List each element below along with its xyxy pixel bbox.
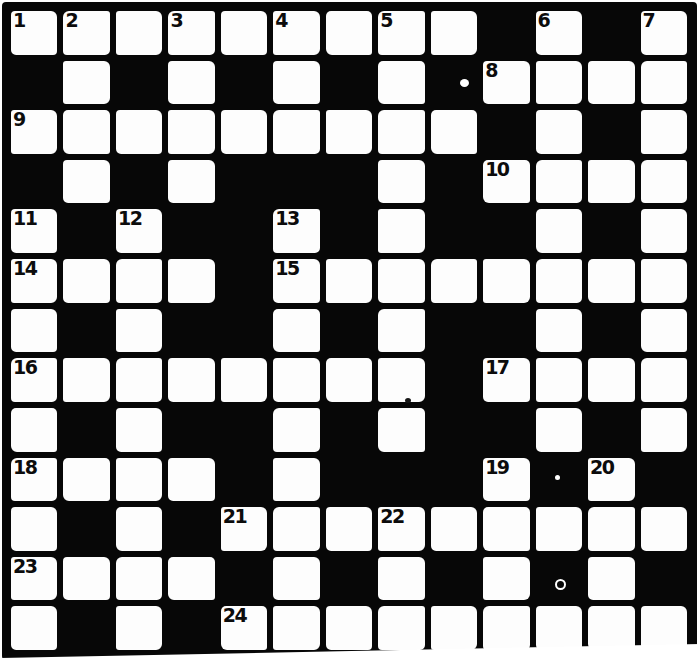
white-cell-r4c12[interactable] <box>588 160 634 204</box>
white-cell-r12c6[interactable] <box>273 557 319 601</box>
white-cell-r8c7[interactable] <box>326 358 372 402</box>
white-cell-r6c9[interactable] <box>431 259 477 303</box>
white-cell-r11c7[interactable] <box>326 507 372 551</box>
black-cell-r10c9 <box>431 458 477 502</box>
white-cell-r7c3[interactable] <box>116 309 162 353</box>
clue-number-16: 16 <box>13 357 36 377</box>
white-cell-r11c6[interactable] <box>273 507 319 551</box>
white-cell-r2c13[interactable] <box>641 61 687 105</box>
clue-number-20: 20 <box>590 457 613 477</box>
white-cell-r13c6[interactable] <box>273 606 319 650</box>
white-cell-r6c10[interactable] <box>483 259 529 303</box>
white-cell-r1c8[interactable]: 5 <box>378 11 424 55</box>
white-cell-r8c11[interactable] <box>536 358 582 402</box>
white-cell-r2c6[interactable] <box>273 61 319 105</box>
black-cell-r5c9 <box>431 209 477 253</box>
scan-artifact-ring <box>555 579 566 590</box>
white-cell-r3c5[interactable] <box>221 110 267 154</box>
white-cell-r3c1[interactable]: 9 <box>11 110 57 154</box>
white-cell-r2c4[interactable] <box>168 61 214 105</box>
clue-number-9: 9 <box>13 109 25 129</box>
white-cell-r8c2[interactable] <box>63 358 109 402</box>
black-cell-r7c12 <box>588 309 634 353</box>
white-cell-r4c2[interactable] <box>63 160 109 204</box>
black-cell-r12c13 <box>641 557 687 601</box>
black-cell-r12c9 <box>431 557 477 601</box>
black-cell-r7c2 <box>63 309 109 353</box>
white-cell-r7c1[interactable] <box>11 309 57 353</box>
black-cell-r4c7 <box>326 160 372 204</box>
black-cell-r10c7 <box>326 458 372 502</box>
scan-artifact-speck <box>555 475 560 480</box>
white-cell-r10c3[interactable] <box>116 458 162 502</box>
white-cell-r5c8[interactable] <box>378 209 424 253</box>
white-cell-r4c8[interactable] <box>378 160 424 204</box>
white-cell-r7c6[interactable] <box>273 309 319 353</box>
white-cell-r8c5[interactable] <box>221 358 267 402</box>
white-cell-r8c13[interactable] <box>641 358 687 402</box>
white-cell-r13c9[interactable] <box>431 606 477 650</box>
clue-number-13: 13 <box>275 208 298 228</box>
white-cell-r2c8[interactable] <box>378 61 424 105</box>
clue-number-4: 4 <box>275 10 287 30</box>
black-cell-r9c2 <box>63 408 109 452</box>
white-cell-r8c10[interactable]: 17 <box>483 358 529 402</box>
clue-number-11: 11 <box>13 208 36 228</box>
black-cell-r7c10 <box>483 309 529 353</box>
white-cell-r6c13[interactable] <box>641 259 687 303</box>
clue-number-17: 17 <box>485 357 508 377</box>
black-cell-r5c10 <box>483 209 529 253</box>
black-cell-r9c7 <box>326 408 372 452</box>
white-cell-r3c9[interactable] <box>431 110 477 154</box>
white-cell-r7c13[interactable] <box>641 309 687 353</box>
black-cell-r10c11 <box>536 458 582 502</box>
clue-number-3: 3 <box>170 10 182 30</box>
white-cell-r11c9[interactable] <box>431 507 477 551</box>
white-cell-r12c4[interactable] <box>168 557 214 601</box>
black-cell-r3c12 <box>588 110 634 154</box>
clue-number-19: 19 <box>485 457 508 477</box>
white-cell-r9c6[interactable] <box>273 408 319 452</box>
white-cell-r8c1[interactable]: 16 <box>11 358 57 402</box>
black-cell-r3c10 <box>483 110 529 154</box>
white-cell-r10c1[interactable]: 18 <box>11 458 57 502</box>
white-cell-r3c7[interactable] <box>326 110 372 154</box>
black-cell-r13c2 <box>63 606 109 650</box>
white-cell-r2c12[interactable] <box>588 61 634 105</box>
white-cell-r3c13[interactable] <box>641 110 687 154</box>
black-cell-r4c9 <box>431 160 477 204</box>
white-cell-r4c13[interactable] <box>641 160 687 204</box>
clue-number-23: 23 <box>13 556 36 576</box>
black-cell-r9c9 <box>431 408 477 452</box>
white-cell-r3c2[interactable] <box>63 110 109 154</box>
scan-artifact-ink <box>405 398 411 403</box>
black-cell-r4c6 <box>273 160 319 204</box>
white-cell-r13c3[interactable] <box>116 606 162 650</box>
black-cell-r1c12 <box>588 11 634 55</box>
black-cell-r10c13 <box>641 458 687 502</box>
white-cell-r6c2[interactable] <box>63 259 109 303</box>
white-cell-r11c13[interactable] <box>641 507 687 551</box>
white-cell-r1c2[interactable]: 2 <box>63 11 109 55</box>
black-cell-r2c5 <box>221 61 267 105</box>
clue-number-10: 10 <box>485 159 508 179</box>
white-cell-r11c11[interactable] <box>536 507 582 551</box>
black-cell-r12c11 <box>536 557 582 601</box>
clue-number-7: 7 <box>643 10 655 30</box>
white-cell-r1c4[interactable]: 3 <box>168 11 214 55</box>
clue-number-12: 12 <box>118 208 141 228</box>
white-cell-r5c13[interactable] <box>641 209 687 253</box>
black-cell-r9c12 <box>588 408 634 452</box>
white-cell-r6c4[interactable] <box>168 259 214 303</box>
white-cell-r2c2[interactable] <box>63 61 109 105</box>
black-cell-r1c10 <box>483 11 529 55</box>
black-cell-r7c4 <box>168 309 214 353</box>
white-cell-r1c11[interactable]: 6 <box>536 11 582 55</box>
white-cell-r12c2[interactable] <box>63 557 109 601</box>
white-cell-r9c1[interactable] <box>11 408 57 452</box>
white-cell-r9c8[interactable] <box>378 408 424 452</box>
white-cell-r3c8[interactable] <box>378 110 424 154</box>
black-cell-r9c4 <box>168 408 214 452</box>
white-cell-r12c12[interactable] <box>588 557 634 601</box>
white-cell-r13c8[interactable] <box>378 606 424 650</box>
white-cell-r10c12[interactable]: 20 <box>588 458 634 502</box>
white-cell-r10c2[interactable] <box>63 458 109 502</box>
white-cell-r1c9[interactable] <box>431 11 477 55</box>
clue-number-22: 22 <box>380 506 403 526</box>
white-cell-r3c11[interactable] <box>536 110 582 154</box>
white-cell-r11c10[interactable] <box>483 507 529 551</box>
black-cell-r2c3 <box>116 61 162 105</box>
white-cell-r1c13[interactable]: 7 <box>641 11 687 55</box>
clue-number-2: 2 <box>65 10 77 30</box>
white-cell-r8c4[interactable] <box>168 358 214 402</box>
black-cell-r7c9 <box>431 309 477 353</box>
clue-number-24: 24 <box>223 605 246 625</box>
white-cell-r1c3[interactable] <box>116 11 162 55</box>
white-cell-r13c12[interactable] <box>588 606 634 650</box>
white-cell-r1c7[interactable] <box>326 11 372 55</box>
white-cell-r9c11[interactable] <box>536 408 582 452</box>
white-cell-r11c5[interactable]: 21 <box>221 507 267 551</box>
white-cell-r12c1[interactable]: 23 <box>11 557 57 601</box>
white-cell-r9c13[interactable] <box>641 408 687 452</box>
white-cell-r13c5[interactable]: 24 <box>221 606 267 650</box>
white-cell-r5c1[interactable]: 11 <box>11 209 57 253</box>
white-cell-r11c8[interactable]: 22 <box>378 507 424 551</box>
white-cell-r5c3[interactable]: 12 <box>116 209 162 253</box>
black-cell-r12c5 <box>221 557 267 601</box>
white-cell-r4c10[interactable]: 10 <box>483 160 529 204</box>
white-cell-r5c11[interactable] <box>536 209 582 253</box>
white-cell-r11c1[interactable] <box>11 507 57 551</box>
white-cell-r7c8[interactable] <box>378 309 424 353</box>
white-cell-r11c12[interactable] <box>588 507 634 551</box>
black-cell-r11c2 <box>63 507 109 551</box>
white-cell-r8c3[interactable] <box>116 358 162 402</box>
black-cell-r5c5 <box>221 209 267 253</box>
clue-number-15: 15 <box>275 258 298 278</box>
clue-number-1: 1 <box>13 10 25 30</box>
black-cell-r5c2 <box>63 209 109 253</box>
black-cell-r8c9 <box>431 358 477 402</box>
black-cell-r5c12 <box>588 209 634 253</box>
white-cell-r6c1[interactable]: 14 <box>11 259 57 303</box>
white-cell-r3c4[interactable] <box>168 110 214 154</box>
white-cell-r10c6[interactable] <box>273 458 319 502</box>
black-cell-r10c8 <box>378 458 424 502</box>
white-cell-r4c4[interactable] <box>168 160 214 204</box>
white-cell-r9c3[interactable] <box>116 408 162 452</box>
white-cell-r6c3[interactable] <box>116 259 162 303</box>
black-cell-r12c7 <box>326 557 372 601</box>
clue-number-5: 5 <box>380 10 392 30</box>
white-cell-r5c6[interactable]: 13 <box>273 209 319 253</box>
white-cell-r8c12[interactable] <box>588 358 634 402</box>
white-cell-r10c4[interactable] <box>168 458 214 502</box>
white-cell-r6c8[interactable] <box>378 259 424 303</box>
black-cell-r2c7 <box>326 61 372 105</box>
black-cell-r10c5 <box>221 458 267 502</box>
white-cell-r12c3[interactable] <box>116 557 162 601</box>
clue-number-14: 14 <box>13 258 36 278</box>
white-cell-r1c6[interactable]: 4 <box>273 11 319 55</box>
white-cell-r13c1[interactable] <box>11 606 57 650</box>
white-cell-r6c6[interactable]: 15 <box>273 259 319 303</box>
black-cell-r2c9 <box>431 61 477 105</box>
clue-number-21: 21 <box>223 506 246 526</box>
white-cell-r6c11[interactable] <box>536 259 582 303</box>
white-cell-r8c6[interactable] <box>273 358 319 402</box>
clue-number-6: 6 <box>538 10 550 30</box>
white-cell-r8c8[interactable] <box>378 358 424 402</box>
black-cell-r5c7 <box>326 209 372 253</box>
black-cell-r6c5 <box>221 259 267 303</box>
black-cell-r7c7 <box>326 309 372 353</box>
black-cell-r13c4 <box>168 606 214 650</box>
black-cell-r9c10 <box>483 408 529 452</box>
white-cell-r4c11[interactable] <box>536 160 582 204</box>
black-cell-r4c1 <box>11 160 57 204</box>
white-cell-r6c12[interactable] <box>588 259 634 303</box>
clue-number-8: 8 <box>485 60 497 80</box>
black-cell-r4c3 <box>116 160 162 204</box>
black-cell-r7c5 <box>221 309 267 353</box>
white-cell-r1c5[interactable] <box>221 11 267 55</box>
white-cell-r3c6[interactable] <box>273 110 319 154</box>
white-cell-r13c10[interactable] <box>483 606 529 650</box>
white-cell-r7c11[interactable] <box>536 309 582 353</box>
white-cell-r6c7[interactable] <box>326 259 372 303</box>
white-cell-r11c3[interactable] <box>116 507 162 551</box>
white-cell-r12c8[interactable] <box>378 557 424 601</box>
crossword-board: 123456789101112131415161718192021222324 <box>2 2 697 660</box>
white-cell-r1c1[interactable]: 1 <box>11 11 57 55</box>
scan-artifact-dot <box>460 79 469 87</box>
scanned-page: 123456789101112131415161718192021222324 <box>0 0 700 666</box>
white-cell-r13c11[interactable] <box>536 606 582 650</box>
white-cell-r12c10[interactable] <box>483 557 529 601</box>
white-cell-r10c10[interactable]: 19 <box>483 458 529 502</box>
white-cell-r2c10[interactable]: 8 <box>483 61 529 105</box>
white-cell-r13c7[interactable] <box>326 606 372 650</box>
white-cell-r2c11[interactable] <box>536 61 582 105</box>
black-cell-r5c4 <box>168 209 214 253</box>
clue-number-18: 18 <box>13 457 36 477</box>
black-cell-r11c4 <box>168 507 214 551</box>
black-cell-r4c5 <box>221 160 267 204</box>
black-cell-r9c5 <box>221 408 267 452</box>
white-cell-r3c3[interactable] <box>116 110 162 154</box>
black-cell-r2c1 <box>11 61 57 105</box>
